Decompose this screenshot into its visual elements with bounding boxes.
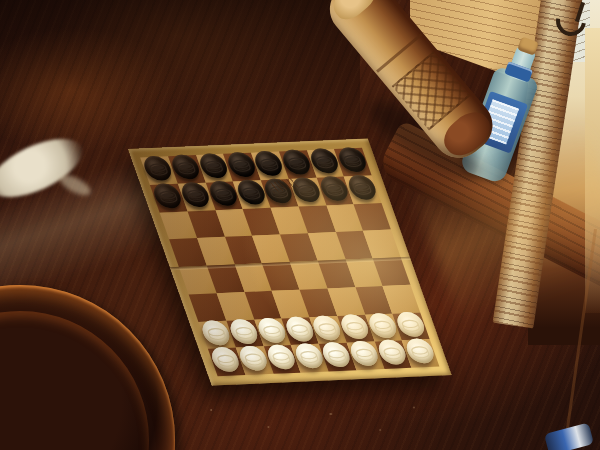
scene: ⛂⛂⛂⛂⛂⛂⛂⛂⛂⛂⛂⛂⛂⛂⛂⛂⛀⛀⛀⛀⛀⛀⛀⛀⛀⛀⛀⛀⛀⛀⛀⛀ xyxy=(0,0,600,450)
cylinder-top-cap xyxy=(327,0,382,25)
black-checker[interactable]: ⛂ xyxy=(345,174,379,200)
draughts-glyph: ⛀ xyxy=(393,311,427,337)
dust-specks xyxy=(180,395,440,445)
draughts-glyph: ⛂ xyxy=(335,147,369,173)
draughts-glyph: ⛀ xyxy=(403,338,437,364)
black-checker[interactable]: ⛂ xyxy=(335,147,369,173)
table-shadow-area xyxy=(0,0,360,150)
white-checker[interactable]: ⛀ xyxy=(403,338,437,364)
white-checker[interactable]: ⛀ xyxy=(393,311,427,337)
draughts-glyph: ⛂ xyxy=(345,174,379,200)
